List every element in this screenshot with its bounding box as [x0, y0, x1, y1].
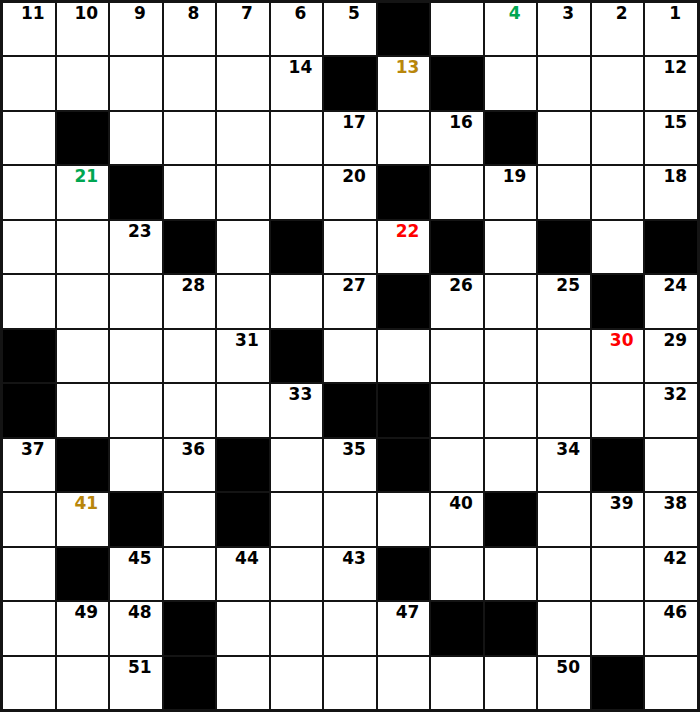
clue-number-20: 20: [328, 167, 380, 186]
cell-r2-c5[interactable]: [217, 57, 269, 109]
block-r13-c12: [592, 657, 644, 709]
block-r13-c4: [164, 657, 216, 709]
cell-r11-c6[interactable]: [271, 548, 323, 600]
cell-r3-c11[interactable]: [538, 112, 590, 164]
cell-r7-c11[interactable]: [538, 330, 590, 382]
cell-r10-c13[interactable]: 38: [645, 493, 697, 545]
cell-r4-c6[interactable]: [271, 166, 323, 218]
clue-number-5: 5: [328, 4, 380, 23]
cell-r11-c10[interactable]: [485, 548, 537, 600]
cell-r13-c6[interactable]: [271, 657, 323, 709]
cell-r1-c7[interactable]: 5: [324, 3, 376, 55]
clue-number-19: 19: [489, 167, 541, 186]
cell-r1-c10[interactable]: 4: [485, 3, 537, 55]
clue-number-44: 44: [221, 549, 273, 568]
block-r5-c11: [538, 221, 590, 273]
cell-r3-c9[interactable]: 16: [431, 112, 483, 164]
cell-r1-c11[interactable]: 3: [538, 3, 590, 55]
clue-number-30: 30: [596, 331, 648, 350]
cell-r12-c7[interactable]: [324, 602, 376, 654]
cell-r2-c12[interactable]: [592, 57, 644, 109]
clue-number-46: 46: [649, 603, 700, 622]
block-r6-c12: [592, 275, 644, 327]
clue-number-8: 8: [168, 4, 220, 23]
block-r9-c8: [378, 439, 430, 491]
clue-number-23: 23: [114, 222, 166, 241]
cell-r13-c3[interactable]: 51: [110, 657, 162, 709]
clue-number-22: 22: [382, 222, 434, 241]
clue-number-45: 45: [114, 549, 166, 568]
cell-r11-c13[interactable]: 42: [645, 548, 697, 600]
clue-number-2: 2: [596, 4, 648, 23]
clue-number-24: 24: [649, 276, 700, 295]
block-r7-c1: [3, 330, 55, 382]
cell-r1-c2[interactable]: 10: [57, 3, 109, 55]
clue-number-36: 36: [168, 440, 220, 459]
cell-r10-c6[interactable]: [271, 493, 323, 545]
block-r11-c8: [378, 548, 430, 600]
cell-r13-c5[interactable]: [217, 657, 269, 709]
cell-r8-c6[interactable]: 33: [271, 384, 323, 436]
cell-r2-c13[interactable]: 12: [645, 57, 697, 109]
cell-r2-c2[interactable]: [57, 57, 109, 109]
cell-r6-c11[interactable]: 25: [538, 275, 590, 327]
clue-number-38: 38: [649, 494, 700, 513]
clue-number-32: 32: [649, 385, 700, 404]
cell-r9-c10[interactable]: [485, 439, 537, 491]
cell-r10-c2[interactable]: 41: [57, 493, 109, 545]
cell-r5-c12[interactable]: [592, 221, 644, 273]
cell-r10-c12[interactable]: 39: [592, 493, 644, 545]
cell-r11-c1[interactable]: [3, 548, 55, 600]
block-r9-c12: [592, 439, 644, 491]
cell-r11-c4[interactable]: [164, 548, 216, 600]
clue-number-1: 1: [649, 4, 700, 23]
cell-r1-c13[interactable]: 1: [645, 3, 697, 55]
clue-number-10: 10: [61, 4, 113, 23]
cell-r7-c3[interactable]: [110, 330, 162, 382]
cell-r4-c7[interactable]: 20: [324, 166, 376, 218]
block-r11-c2: [57, 548, 109, 600]
cell-r5-c8[interactable]: 22: [378, 221, 430, 273]
cell-r4-c2[interactable]: 21: [57, 166, 109, 218]
cell-r2-c3[interactable]: [110, 57, 162, 109]
cell-r3-c12[interactable]: [592, 112, 644, 164]
cell-r3-c4[interactable]: [164, 112, 216, 164]
cell-r12-c5[interactable]: [217, 602, 269, 654]
cell-r2-c4[interactable]: [164, 57, 216, 109]
clue-number-49: 49: [61, 603, 113, 622]
cell-r2-c6[interactable]: 14: [271, 57, 323, 109]
cell-r12-c13[interactable]: 46: [645, 602, 697, 654]
cell-r4-c5[interactable]: [217, 166, 269, 218]
cell-r10-c8[interactable]: [378, 493, 430, 545]
crossword-board: 1110987654321141312171615212019182322282…: [0, 0, 700, 712]
cell-r6-c2[interactable]: [57, 275, 109, 327]
cell-r10-c1[interactable]: [3, 493, 55, 545]
cell-r6-c1[interactable]: [3, 275, 55, 327]
clue-number-28: 28: [168, 276, 220, 295]
cell-r1-c6[interactable]: 6: [271, 3, 323, 55]
block-r2-c7: [324, 57, 376, 109]
clue-number-18: 18: [649, 167, 700, 186]
cell-r2-c8[interactable]: 13: [378, 57, 430, 109]
block-r10-c10: [485, 493, 537, 545]
cell-r4-c1[interactable]: [3, 166, 55, 218]
cell-r13-c13[interactable]: [645, 657, 697, 709]
block-r3-c10: [485, 112, 537, 164]
block-r8-c8: [378, 384, 430, 436]
clue-number-35: 35: [328, 440, 380, 459]
cell-r7-c5[interactable]: 31: [217, 330, 269, 382]
cell-r7-c10[interactable]: [485, 330, 537, 382]
cell-r13-c10[interactable]: [485, 657, 537, 709]
clue-number-13: 13: [382, 58, 434, 77]
cell-r9-c9[interactable]: [431, 439, 483, 491]
block-r5-c6: [271, 221, 323, 273]
cell-r13-c1[interactable]: [3, 657, 55, 709]
block-r8-c7: [324, 384, 376, 436]
block-r12-c9: [431, 602, 483, 654]
cell-r8-c12[interactable]: [592, 384, 644, 436]
cell-r7-c8[interactable]: [378, 330, 430, 382]
cell-r10-c4[interactable]: [164, 493, 216, 545]
clue-number-29: 29: [649, 331, 700, 350]
clue-number-33: 33: [275, 385, 327, 404]
cell-r9-c13[interactable]: [645, 439, 697, 491]
cell-r5-c5[interactable]: [217, 221, 269, 273]
cell-r13-c2[interactable]: [57, 657, 109, 709]
cell-r4-c12[interactable]: [592, 166, 644, 218]
block-r6-c8: [378, 275, 430, 327]
block-r5-c4: [164, 221, 216, 273]
block-r1-c8: [378, 3, 430, 55]
cell-r8-c13[interactable]: 32: [645, 384, 697, 436]
cell-r10-c7[interactable]: [324, 493, 376, 545]
cell-r7-c7[interactable]: [324, 330, 376, 382]
clue-number-16: 16: [435, 113, 487, 132]
cell-r9-c7[interactable]: 35: [324, 439, 376, 491]
cell-r3-c5[interactable]: [217, 112, 269, 164]
cell-r5-c2[interactable]: [57, 221, 109, 273]
cell-r8-c3[interactable]: [110, 384, 162, 436]
cell-r4-c13[interactable]: 18: [645, 166, 697, 218]
cell-r13-c9[interactable]: [431, 657, 483, 709]
cell-r7-c12[interactable]: 30: [592, 330, 644, 382]
clue-number-27: 27: [328, 276, 380, 295]
cell-r3-c3[interactable]: [110, 112, 162, 164]
cell-r6-c10[interactable]: [485, 275, 537, 327]
cell-r6-c5[interactable]: [217, 275, 269, 327]
cell-r11-c7[interactable]: 43: [324, 548, 376, 600]
cell-r8-c2[interactable]: [57, 384, 109, 436]
block-r9-c5: [217, 439, 269, 491]
cell-r8-c10[interactable]: [485, 384, 537, 436]
cell-r6-c9[interactable]: 26: [431, 275, 483, 327]
cell-r12-c3[interactable]: 48: [110, 602, 162, 654]
block-r9-c2: [57, 439, 109, 491]
clue-number-43: 43: [328, 549, 380, 568]
cell-r11-c5[interactable]: 44: [217, 548, 269, 600]
block-r2-c9: [431, 57, 483, 109]
cell-r7-c2[interactable]: [57, 330, 109, 382]
clue-number-50: 50: [542, 658, 594, 677]
cell-r1-c4[interactable]: 8: [164, 3, 216, 55]
cell-r3-c8[interactable]: [378, 112, 430, 164]
block-r10-c5: [217, 493, 269, 545]
cell-r11-c11[interactable]: [538, 548, 590, 600]
block-r5-c9: [431, 221, 483, 273]
cell-r13-c8[interactable]: [378, 657, 430, 709]
clue-number-14: 14: [275, 58, 327, 77]
cell-r7-c4[interactable]: [164, 330, 216, 382]
clue-number-40: 40: [435, 494, 487, 513]
cell-r8-c11[interactable]: [538, 384, 590, 436]
cell-r1-c12[interactable]: 2: [592, 3, 644, 55]
clue-number-12: 12: [649, 58, 700, 77]
cell-r5-c7[interactable]: [324, 221, 376, 273]
cell-r4-c4[interactable]: [164, 166, 216, 218]
cell-r7-c13[interactable]: 29: [645, 330, 697, 382]
clue-number-41: 41: [61, 494, 113, 513]
cell-r7-c9[interactable]: [431, 330, 483, 382]
clue-number-25: 25: [542, 276, 594, 295]
clue-number-9: 9: [114, 4, 166, 23]
cell-r12-c11[interactable]: [538, 602, 590, 654]
cell-r8-c5[interactable]: [217, 384, 269, 436]
clue-number-6: 6: [275, 4, 327, 23]
cell-r10-c11[interactable]: [538, 493, 590, 545]
cell-r5-c1[interactable]: [3, 221, 55, 273]
clue-number-51: 51: [114, 658, 166, 677]
cell-r11-c9[interactable]: [431, 548, 483, 600]
cell-r11-c3[interactable]: 45: [110, 548, 162, 600]
cell-r6-c3[interactable]: [110, 275, 162, 327]
block-r7-c6: [271, 330, 323, 382]
block-r10-c3: [110, 493, 162, 545]
clue-number-34: 34: [542, 440, 594, 459]
cell-r6-c7[interactable]: 27: [324, 275, 376, 327]
cell-r12-c12[interactable]: [592, 602, 644, 654]
cell-r4-c10[interactable]: 19: [485, 166, 537, 218]
cell-r1-c5[interactable]: 7: [217, 3, 269, 55]
block-r12-c4: [164, 602, 216, 654]
cell-r3-c1[interactable]: [3, 112, 55, 164]
clue-number-3: 3: [542, 4, 594, 23]
cell-r1-c9[interactable]: [431, 3, 483, 55]
cell-r9-c11[interactable]: 34: [538, 439, 590, 491]
clue-number-37: 37: [7, 440, 59, 459]
cell-r13-c7[interactable]: [324, 657, 376, 709]
cell-r3-c7[interactable]: 17: [324, 112, 376, 164]
cell-r8-c4[interactable]: [164, 384, 216, 436]
clue-number-39: 39: [596, 494, 648, 513]
clue-number-11: 11: [7, 4, 59, 23]
cell-r1-c1[interactable]: 11: [3, 3, 55, 55]
cell-r12-c6[interactable]: [271, 602, 323, 654]
block-r4-c8: [378, 166, 430, 218]
clue-number-17: 17: [328, 113, 380, 132]
clue-number-21: 21: [61, 167, 113, 186]
clue-number-31: 31: [221, 331, 273, 350]
clue-number-15: 15: [649, 113, 700, 132]
cell-r12-c1[interactable]: [3, 602, 55, 654]
cell-r5-c3[interactable]: 23: [110, 221, 162, 273]
block-r12-c10: [485, 602, 537, 654]
cell-r13-c11[interactable]: 50: [538, 657, 590, 709]
cell-r2-c11[interactable]: [538, 57, 590, 109]
cell-r1-c3[interactable]: 9: [110, 3, 162, 55]
block-r4-c3: [110, 166, 162, 218]
cell-r12-c2[interactable]: 49: [57, 602, 109, 654]
cell-r2-c10[interactable]: [485, 57, 537, 109]
cell-r3-c6[interactable]: [271, 112, 323, 164]
clue-number-42: 42: [649, 549, 700, 568]
clue-number-48: 48: [114, 603, 166, 622]
cell-r6-c4[interactable]: 28: [164, 275, 216, 327]
clue-number-26: 26: [435, 276, 487, 295]
block-r8-c1: [3, 384, 55, 436]
clue-number-4: 4: [489, 4, 541, 23]
clue-number-7: 7: [221, 4, 273, 23]
block-r3-c2: [57, 112, 109, 164]
cell-r9-c3[interactable]: [110, 439, 162, 491]
cell-r9-c4[interactable]: 36: [164, 439, 216, 491]
block-r5-c13: [645, 221, 697, 273]
cell-r12-c8[interactable]: 47: [378, 602, 430, 654]
cell-r3-c13[interactable]: 15: [645, 112, 697, 164]
clue-number-47: 47: [382, 603, 434, 622]
cell-r11-c12[interactable]: [592, 548, 644, 600]
cell-r2-c1[interactable]: [3, 57, 55, 109]
cell-r9-c1[interactable]: 37: [3, 439, 55, 491]
cell-r9-c6[interactable]: [271, 439, 323, 491]
cell-r6-c13[interactable]: 24: [645, 275, 697, 327]
cell-r4-c9[interactable]: [431, 166, 483, 218]
cell-r5-c10[interactable]: [485, 221, 537, 273]
cell-r6-c6[interactable]: [271, 275, 323, 327]
cell-r4-c11[interactable]: [538, 166, 590, 218]
cell-r8-c9[interactable]: [431, 384, 483, 436]
cell-r10-c9[interactable]: 40: [431, 493, 483, 545]
